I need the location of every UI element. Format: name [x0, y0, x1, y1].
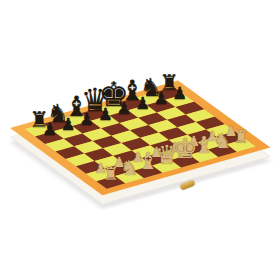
piece-white-knight-g1[interactable]: ♞ — [213, 131, 231, 152]
piece-black-pawn-d7[interactable]: ♟ — [98, 106, 113, 123]
piece-black-pawn-b7[interactable]: ♟ — [61, 116, 76, 133]
piece-black-pawn-f7[interactable]: ♟ — [135, 95, 150, 112]
piece-white-rook-a1[interactable]: ♜ — [103, 165, 119, 183]
piece-white-rook-h1[interactable]: ♜ — [233, 128, 249, 146]
piece-white-queen-d1[interactable]: ♛ — [155, 142, 179, 168]
piece-black-pawn-g7[interactable]: ♟ — [154, 90, 169, 107]
piece-black-pawn-h7[interactable]: ♟ — [172, 85, 187, 102]
piece-black-pawn-c7[interactable]: ♟ — [79, 111, 94, 128]
piece-black-pawn-a7[interactable]: ♟ — [42, 121, 57, 138]
chess-set-photo: ♜♞♝♛♚♝♞♜♟♟♟♟♟♟♟♟♟♟♟♟♟♟♟♟♜♞♝♛♚♝♞♜ — [0, 0, 280, 280]
piece-white-knight-b1[interactable]: ♞ — [120, 158, 138, 179]
piece-white-bishop-c1[interactable]: ♝ — [138, 150, 159, 173]
piece-black-pawn-e7[interactable]: ♟ — [116, 100, 131, 117]
